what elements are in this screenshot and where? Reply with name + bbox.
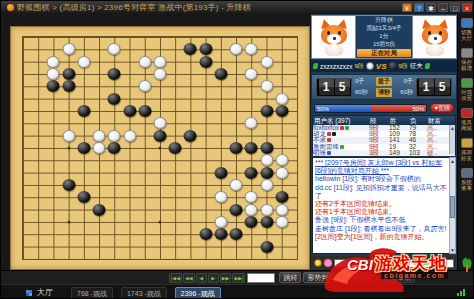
match-status: 正在对局: [357, 49, 411, 57]
network-signal-icon: [457, 289, 465, 296]
white-stone: [77, 56, 90, 68]
user-badge-icon: [340, 126, 344, 130]
white-stone: [260, 80, 273, 92]
clock-info-row: 0子提子0子: [355, 77, 413, 86]
black-stone: [77, 191, 90, 203]
black-stone: [214, 68, 227, 80]
white-stone: [214, 191, 227, 203]
user-badge-icon: [340, 145, 344, 149]
white-player-avatar[interactable]: [311, 15, 356, 59]
chat-message: 还有1手本区间竞猜结束。: [315, 208, 447, 216]
black-player-rank: 9段: [399, 62, 408, 71]
white-stone: [123, 130, 136, 142]
black-stone: [62, 80, 75, 92]
user-badge-icon: [332, 132, 336, 136]
white-stone: [275, 216, 288, 228]
vote-right-percent: 50%: [371, 105, 427, 112]
black-stone: [199, 228, 212, 240]
online-leaf-icon: [425, 63, 430, 69]
app-window: 野狐围棋 > (高级房1) > 2396号对弈室 激战中(第193手) - 升降…: [0, 0, 474, 299]
clock-digit: 5: [335, 79, 350, 95]
black-stone: [199, 43, 212, 55]
chat-message: 鲁强 [9段]: 下假棋水平也不低: [315, 216, 447, 224]
lobby-grid-icon[interactable]: [25, 289, 33, 297]
hoshi-point: [67, 147, 70, 150]
white-stone: [245, 204, 258, 216]
white-stone: [275, 204, 288, 216]
user-badge-icon: [327, 132, 331, 136]
chat-message: *** [2097号房间] 灰太郎w [3段] vs 村姑军 [6段]的竞猜对局…: [315, 159, 447, 175]
add-friend-icon: [461, 138, 473, 148]
control-button[interactable]: 最新形势: [341, 272, 377, 283]
clock-digit: 5: [435, 79, 450, 95]
players-name-bar: zxzxzxzxzx 9段 VS 9段 征夫: [311, 60, 457, 72]
white-stone: [47, 68, 60, 80]
room-tab[interactable]: 2396 -观战: [175, 287, 221, 299]
道具商城-button[interactable]: 道具商城: [459, 108, 474, 131]
nav-button-3[interactable]: ▶: [208, 273, 219, 283]
white-stone: [260, 204, 273, 216]
chat-scrollbar[interactable]: ▲▼: [449, 157, 456, 254]
vote-left-percent: 50%: [315, 105, 371, 112]
match-info-line: 1分: [357, 33, 411, 40]
clocks-panel: 15 0子提子0子60秒读秒60秒 15: [311, 74, 457, 100]
online-leaf-icon: [313, 63, 318, 69]
black-stone: [47, 80, 60, 92]
black-stone-icon: [389, 62, 397, 70]
chat-message: [2区间]变为[1区间]，新的竞猜开始。: [315, 233, 447, 241]
spectator-row[interactable]: 明珠3段149103硬..: [313, 150, 455, 156]
right-toolbar: 切换大厅保存棋谱对局设置道具商城添加好友系统菜单: [457, 14, 474, 270]
clock-digit: 1: [319, 79, 334, 95]
white-stone: [47, 56, 60, 68]
black-stone: [199, 56, 212, 68]
black-stone: [214, 228, 227, 240]
white-stone: [245, 43, 258, 55]
control-button[interactable]: 跳转: [279, 272, 301, 283]
black-stone: [77, 105, 90, 117]
userlist-header: 用户名 (397)段胜负财富: [313, 116, 455, 125]
spectator-list[interactable]: 用户名 (397)段胜负财富 ▲ foxfoxfox9段15279高..胡龙9段…: [312, 115, 456, 155]
black-stone: [138, 105, 151, 117]
room-tab[interactable]: 768 -观战: [71, 287, 113, 299]
white-stone: [260, 56, 273, 68]
black-stone: [108, 142, 121, 154]
black-player-name[interactable]: 征夫: [410, 62, 423, 71]
go-board[interactable]: [10, 26, 310, 270]
board-control-bar: |◀◀◀◀◀▶▶▶▶▶| 跳转形势判断最新形势对局申请: [1, 270, 474, 284]
black-player-avatar[interactable]: [412, 15, 457, 59]
user-badge-icon: [327, 151, 331, 155]
max-button[interactable]: □: [450, 3, 460, 12]
board-settings-icon: [461, 78, 473, 88]
chat-input-row: [312, 256, 456, 270]
保存棋谱-button[interactable]: 保存棋谱: [459, 48, 474, 71]
chat-message: 还有2手本区间竞猜结束。: [315, 200, 447, 208]
black-stone: [260, 142, 273, 154]
control-button[interactable]: 对局申请: [379, 272, 415, 283]
black-stone: [62, 68, 75, 80]
hoshi-point: [159, 147, 162, 150]
white-player-name[interactable]: zxzxzxzxzx: [320, 63, 353, 70]
white-stone: [154, 68, 167, 80]
切换大厅-button[interactable]: 切换大厅: [459, 18, 474, 41]
min-button[interactable]: –: [438, 3, 448, 12]
nav-button-4[interactable]: ▶▶: [220, 273, 232, 283]
black-stone: [230, 228, 243, 240]
match-info-line: 黑贴3又3/4子: [357, 25, 411, 32]
shop-shield-icon: [461, 108, 473, 118]
chat-message: hellowin [1段]: 有时9段会下假棋的: [315, 175, 447, 183]
title-bar: 野狐围棋 > (高级房1) > 2396号对弈室 激战中(第193手) - 升降…: [1, 1, 474, 14]
white-stone: [275, 93, 288, 105]
系统菜单-button[interactable]: 系统菜单: [459, 168, 474, 191]
black-stone: [77, 142, 90, 154]
white-stone: [93, 142, 106, 154]
fox-avatar-icon: [420, 20, 450, 56]
app-logo-icon: [7, 4, 14, 11]
control-button[interactable]: 形势判断: [303, 272, 339, 283]
bet-button[interactable]: ♥竞猜: [430, 103, 454, 113]
clock-digit: 1: [419, 79, 434, 95]
black-stone: [245, 167, 258, 179]
black-stone: [260, 241, 273, 253]
black-stone: [275, 191, 288, 203]
black-stone: [245, 142, 258, 154]
nav-button-2[interactable]: ◀: [196, 273, 207, 283]
black-stone: [93, 204, 106, 216]
black-stone: [275, 105, 288, 117]
switch-hall-icon: [461, 18, 473, 28]
white-stone: [260, 154, 273, 166]
black-stone: [154, 130, 167, 142]
save-kifu-icon: [461, 48, 473, 58]
white-stone: [245, 191, 258, 203]
hoshi-point: [67, 221, 70, 224]
match-info-line: 升降棋: [357, 17, 411, 24]
match-info-panel: 升降棋黑贴3又3/4子1分15胜5负正在对局: [356, 15, 412, 59]
fox-avatar-icon: [319, 20, 349, 56]
black-stone: [184, 43, 197, 55]
black-stone: [184, 130, 197, 142]
vs-label: VS: [376, 62, 387, 71]
clock-info-row: 60秒读秒60秒: [355, 88, 413, 97]
move-number-input[interactable]: [247, 273, 275, 283]
nav-button-1[interactable]: ◀◀: [183, 273, 195, 283]
white-stone: [230, 179, 243, 191]
betting-bar-row: 50% 50% ♥竞猜: [311, 102, 457, 114]
white-stone: [62, 130, 75, 142]
white-stone: [93, 130, 106, 142]
paw-button[interactable]: ¥: [402, 3, 412, 12]
status-bar: 大厅 768 -观战1743 -观战2396 -观战: [1, 284, 474, 299]
gear-button[interactable]: ✱: [426, 3, 436, 12]
user-badge-icon: [345, 126, 349, 130]
white-stone: [214, 216, 227, 228]
chat-input[interactable]: [334, 259, 454, 268]
white-stone: [154, 117, 167, 129]
chat-message: dd.cc [11段]: 见招拆招才重要，说话马大不了: [315, 184, 447, 200]
help-button[interactable]: ?: [414, 3, 424, 12]
black-stone: [108, 93, 121, 105]
user-badge-icon: [327, 138, 331, 142]
hoshi-point: [159, 221, 162, 224]
black-stone: [169, 142, 182, 154]
win-vote-bar: 50% 50%: [314, 104, 427, 113]
black-stone: [260, 167, 273, 179]
nav-button-5[interactable]: ▶▶|: [232, 273, 245, 283]
white-stone: [275, 154, 288, 166]
black-stone: [214, 167, 227, 179]
emoticon-icon[interactable]: [314, 259, 322, 267]
gift-flower-icon[interactable]: [324, 259, 332, 267]
black-clock: 15: [416, 78, 452, 97]
black-stone: [62, 179, 75, 191]
white-stone: [108, 43, 121, 55]
window-title: 野狐围棋 > (高级房1) > 2396号对弈室 激战中(第193手) - 升降…: [17, 2, 402, 13]
system-menu-icon: [461, 168, 473, 178]
white-stone: [230, 43, 243, 55]
chat-log[interactable]: *** [2097号房间] 灰太郎w [3段] vs 村姑军 [6段]的竞猜对局…: [312, 157, 456, 254]
添加好友-button[interactable]: 添加好友: [459, 138, 474, 161]
room-tab[interactable]: 1743 -观战: [121, 287, 167, 299]
nav-button-0[interactable]: |◀◀: [169, 273, 182, 283]
match-info-line: 15胜5负: [357, 41, 411, 48]
lobby-label[interactable]: 大厅: [37, 287, 53, 298]
black-stone: [230, 142, 243, 154]
close-button[interactable]: ×: [462, 3, 472, 12]
white-stone-icon: [366, 62, 374, 70]
board-grid: [22, 36, 298, 260]
white-stone: [138, 80, 151, 92]
white-stone: [108, 130, 121, 142]
black-stone: [245, 216, 258, 228]
userlist-scrollbar[interactable]: ▲: [449, 125, 455, 154]
black-stone: [230, 204, 243, 216]
black-stone: [260, 216, 273, 228]
game-side-panel: 升降棋黑贴3又3/4子1分15胜5负正在对局 zxzxzxzxzx 9段 VS …: [311, 14, 457, 270]
white-clock: 15: [316, 78, 352, 97]
white-player-rank: 9段: [355, 62, 364, 71]
black-stone: [108, 68, 121, 80]
white-stone: [62, 43, 75, 55]
white-stone: [245, 117, 258, 129]
white-stone: [260, 179, 273, 191]
对局设置-button[interactable]: 对局设置: [459, 78, 474, 101]
white-stone: [275, 167, 288, 179]
chat-message: 走树盘庄 [1段]: 看棋看出9段来了，真厉害!: [315, 225, 447, 233]
white-stone: [138, 56, 151, 68]
white-stone: [245, 68, 258, 80]
black-stone: [123, 105, 136, 117]
white-stone: [154, 56, 167, 68]
black-stone: [260, 105, 273, 117]
